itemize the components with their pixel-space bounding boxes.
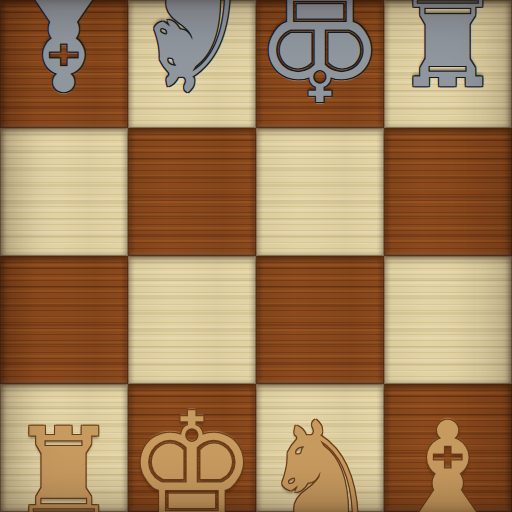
- black-bishop-piece[interactable]: ♝: [5, 0, 123, 108]
- black-king-piece[interactable]: ♚: [255, 0, 386, 119]
- square-b4[interactable]: ♞: [128, 0, 256, 128]
- square-d1[interactable]: ♝: [384, 384, 512, 512]
- white-knight-piece[interactable]: ♞: [261, 404, 379, 512]
- square-d4[interactable]: ♜: [384, 0, 512, 128]
- square-b2[interactable]: [128, 256, 256, 384]
- square-c1[interactable]: ♞: [256, 384, 384, 512]
- white-rook-piece[interactable]: ♜: [9, 412, 118, 512]
- chess-board: ♝ ♞ ♚ ♜ ♜ ♚ ♞ ♝: [0, 0, 512, 512]
- black-rook-piece[interactable]: ♜: [393, 0, 502, 100]
- square-b1[interactable]: ♚: [128, 384, 256, 512]
- square-d2[interactable]: [384, 256, 512, 384]
- square-a2[interactable]: [0, 256, 128, 384]
- white-bishop-piece[interactable]: ♝: [389, 404, 507, 512]
- chess-app-screen: ♝ ♞ ♚ ♜ ♜ ♚ ♞ ♝: [0, 0, 512, 512]
- square-b3[interactable]: [128, 128, 256, 256]
- square-a4[interactable]: ♝: [0, 0, 128, 128]
- square-a1[interactable]: ♜: [0, 384, 128, 512]
- black-knight-piece[interactable]: ♞: [133, 0, 251, 108]
- square-c2[interactable]: [256, 256, 384, 384]
- square-d3[interactable]: [384, 128, 512, 256]
- square-a3[interactable]: [0, 128, 128, 256]
- square-c3[interactable]: [256, 128, 384, 256]
- white-king-piece[interactable]: ♚: [127, 393, 258, 512]
- square-c4[interactable]: ♚: [256, 0, 384, 128]
